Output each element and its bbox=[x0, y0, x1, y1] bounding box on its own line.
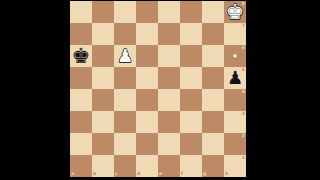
square-c1[interactable]: c bbox=[114, 155, 136, 177]
square-d3[interactable] bbox=[136, 111, 158, 133]
square-e4[interactable] bbox=[158, 89, 180, 111]
rank-label-6: 6 bbox=[242, 46, 245, 51]
black-pawn: ♟ bbox=[227, 69, 243, 87]
black-king: ♚ bbox=[72, 46, 91, 67]
square-e6[interactable] bbox=[158, 45, 180, 67]
square-d4[interactable] bbox=[136, 89, 158, 111]
square-b5[interactable] bbox=[92, 67, 114, 89]
square-c8[interactable] bbox=[114, 1, 136, 23]
chess-board: ♚87♚♟6♟5432abcdefgh1 bbox=[70, 1, 246, 177]
square-a1[interactable]: a bbox=[70, 155, 92, 177]
file-label-e: e bbox=[159, 172, 162, 177]
rank-label-8: 8 bbox=[242, 2, 245, 7]
square-h2[interactable]: 2 bbox=[224, 133, 246, 155]
square-h8[interactable]: ♚8 bbox=[224, 1, 246, 23]
square-f7[interactable] bbox=[180, 23, 202, 45]
square-a3[interactable] bbox=[70, 111, 92, 133]
square-h7[interactable]: 7 bbox=[224, 23, 246, 45]
square-f5[interactable] bbox=[180, 67, 202, 89]
square-c6[interactable]: ♟ bbox=[114, 45, 136, 67]
file-label-b: b bbox=[93, 172, 96, 177]
rank-label-4: 4 bbox=[242, 90, 245, 95]
square-g6[interactable] bbox=[202, 45, 224, 67]
square-b7[interactable] bbox=[92, 23, 114, 45]
move-hint-dot bbox=[233, 54, 237, 58]
square-a6[interactable]: ♚ bbox=[70, 45, 92, 67]
square-e7[interactable] bbox=[158, 23, 180, 45]
square-e2[interactable] bbox=[158, 133, 180, 155]
square-h3[interactable]: 3 bbox=[224, 111, 246, 133]
white-king: ♚ bbox=[226, 2, 245, 23]
square-b8[interactable] bbox=[92, 1, 114, 23]
square-g4[interactable] bbox=[202, 89, 224, 111]
file-label-g: g bbox=[203, 172, 206, 177]
square-d7[interactable] bbox=[136, 23, 158, 45]
rank-label-5: 5 bbox=[242, 68, 245, 73]
square-g5[interactable] bbox=[202, 67, 224, 89]
square-e8[interactable] bbox=[158, 1, 180, 23]
file-label-d: d bbox=[137, 172, 140, 177]
square-g1[interactable]: g bbox=[202, 155, 224, 177]
square-h4[interactable]: 4 bbox=[224, 89, 246, 111]
square-g2[interactable] bbox=[202, 133, 224, 155]
square-f3[interactable] bbox=[180, 111, 202, 133]
square-c4[interactable] bbox=[114, 89, 136, 111]
square-e1[interactable]: e bbox=[158, 155, 180, 177]
square-f1[interactable]: f bbox=[180, 155, 202, 177]
rank-label-3: 3 bbox=[242, 112, 245, 117]
square-c3[interactable] bbox=[114, 111, 136, 133]
square-c7[interactable] bbox=[114, 23, 136, 45]
white-pawn: ♟ bbox=[117, 47, 133, 65]
square-d5[interactable] bbox=[136, 67, 158, 89]
square-e3[interactable] bbox=[158, 111, 180, 133]
file-label-h: h bbox=[225, 172, 228, 177]
square-a8[interactable] bbox=[70, 1, 92, 23]
rank-label-1: 1 bbox=[242, 156, 245, 161]
square-g3[interactable] bbox=[202, 111, 224, 133]
square-h1[interactable]: h1 bbox=[224, 155, 246, 177]
square-h5[interactable]: ♟5 bbox=[224, 67, 246, 89]
file-label-f: f bbox=[181, 172, 183, 177]
square-b4[interactable] bbox=[92, 89, 114, 111]
square-c2[interactable] bbox=[114, 133, 136, 155]
square-f6[interactable] bbox=[180, 45, 202, 67]
square-a2[interactable] bbox=[70, 133, 92, 155]
square-f4[interactable] bbox=[180, 89, 202, 111]
video-frame: ♚87♚♟6♟5432abcdefgh1 bbox=[0, 0, 320, 180]
square-f2[interactable] bbox=[180, 133, 202, 155]
square-d6[interactable] bbox=[136, 45, 158, 67]
rank-label-7: 7 bbox=[242, 24, 245, 29]
file-label-c: c bbox=[115, 172, 118, 177]
square-b3[interactable] bbox=[92, 111, 114, 133]
square-c5[interactable] bbox=[114, 67, 136, 89]
square-d8[interactable] bbox=[136, 1, 158, 23]
square-b1[interactable]: b bbox=[92, 155, 114, 177]
rank-label-2: 2 bbox=[242, 134, 245, 139]
square-g7[interactable] bbox=[202, 23, 224, 45]
square-a4[interactable] bbox=[70, 89, 92, 111]
square-f8[interactable] bbox=[180, 1, 202, 23]
square-e5[interactable] bbox=[158, 67, 180, 89]
square-g8[interactable] bbox=[202, 1, 224, 23]
square-h6[interactable]: 6 bbox=[224, 45, 246, 67]
square-b2[interactable] bbox=[92, 133, 114, 155]
file-label-a: a bbox=[71, 172, 74, 177]
square-a5[interactable] bbox=[70, 67, 92, 89]
square-d1[interactable]: d bbox=[136, 155, 158, 177]
square-a7[interactable] bbox=[70, 23, 92, 45]
square-d2[interactable] bbox=[136, 133, 158, 155]
square-b6[interactable] bbox=[92, 45, 114, 67]
